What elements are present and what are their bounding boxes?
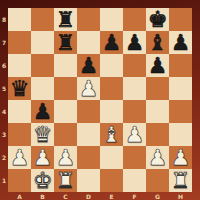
piece-black-rook[interactable]: ♜ — [54, 8, 77, 31]
rank-label-3: 3 — [0, 123, 8, 146]
square-e7[interactable]: ♟ — [100, 31, 123, 54]
square-h3[interactable] — [169, 123, 192, 146]
square-f8[interactable] — [123, 8, 146, 31]
piece-white-pawn[interactable]: ♟ — [31, 146, 54, 169]
square-f4[interactable] — [123, 100, 146, 123]
square-a5[interactable]: ♛ — [8, 77, 31, 100]
square-d6[interactable]: ♟ — [77, 54, 100, 77]
square-h7[interactable]: ♟ — [169, 31, 192, 54]
file-label-a: A — [8, 192, 31, 200]
square-e4[interactable] — [100, 100, 123, 123]
square-f1[interactable] — [123, 169, 146, 192]
square-e2[interactable] — [100, 146, 123, 169]
square-b1[interactable]: ♚ — [31, 169, 54, 192]
piece-white-rook[interactable]: ♜ — [169, 169, 192, 192]
piece-white-bishop[interactable]: ♝ — [100, 123, 123, 146]
rank-label-6: 6 — [0, 54, 8, 77]
square-a2[interactable]: ♟ — [8, 146, 31, 169]
square-g3[interactable] — [146, 123, 169, 146]
rank-label-4: 4 — [0, 100, 8, 123]
rank-label-2: 2 — [0, 146, 8, 169]
piece-black-queen[interactable]: ♛ — [8, 77, 31, 100]
square-a3[interactable] — [8, 123, 31, 146]
file-label-h: H — [169, 192, 192, 200]
square-d8[interactable] — [77, 8, 100, 31]
square-g4[interactable] — [146, 100, 169, 123]
square-b7[interactable] — [31, 31, 54, 54]
square-h6[interactable] — [169, 54, 192, 77]
square-b8[interactable] — [31, 8, 54, 31]
square-h4[interactable] — [169, 100, 192, 123]
piece-white-pawn[interactable]: ♟ — [123, 123, 146, 146]
square-g7[interactable]: ♝ — [146, 31, 169, 54]
square-g6[interactable]: ♟ — [146, 54, 169, 77]
square-h2[interactable]: ♟ — [169, 146, 192, 169]
square-e6[interactable] — [100, 54, 123, 77]
square-b3[interactable]: ♛ — [31, 123, 54, 146]
piece-black-pawn[interactable]: ♟ — [146, 54, 169, 77]
piece-black-king[interactable]: ♚ — [146, 8, 169, 31]
square-g5[interactable] — [146, 77, 169, 100]
file-label-e: E — [100, 192, 123, 200]
file-label-f: F — [123, 192, 146, 200]
piece-white-pawn[interactable]: ♟ — [77, 77, 100, 100]
square-h8[interactable] — [169, 8, 192, 31]
square-a1[interactable] — [8, 169, 31, 192]
square-a4[interactable] — [8, 100, 31, 123]
rank-label-1: 1 — [0, 169, 8, 192]
square-b4[interactable]: ♟ — [31, 100, 54, 123]
square-c1[interactable]: ♜ — [54, 169, 77, 192]
piece-white-rook[interactable]: ♜ — [54, 169, 77, 192]
square-b2[interactable]: ♟ — [31, 146, 54, 169]
file-labels: ABCDEFGH — [8, 192, 192, 200]
piece-black-pawn[interactable]: ♟ — [100, 31, 123, 54]
piece-white-pawn[interactable]: ♟ — [8, 146, 31, 169]
square-d4[interactable] — [77, 100, 100, 123]
square-d5[interactable]: ♟ — [77, 77, 100, 100]
piece-black-pawn[interactable]: ♟ — [123, 31, 146, 54]
square-e5[interactable] — [100, 77, 123, 100]
square-f2[interactable] — [123, 146, 146, 169]
square-f5[interactable] — [123, 77, 146, 100]
file-label-c: C — [54, 192, 77, 200]
piece-black-pawn[interactable]: ♟ — [31, 100, 54, 123]
piece-white-pawn[interactable]: ♟ — [54, 146, 77, 169]
chess-board-frame: 87654321 ♜♚♜♟♟♝♟♟♟♛♟♟♛♝♟♟♟♟♟♟♚♜♜ ABCDEFG… — [0, 0, 200, 200]
file-label-b: B — [31, 192, 54, 200]
square-c8[interactable]: ♜ — [54, 8, 77, 31]
square-e1[interactable] — [100, 169, 123, 192]
square-a8[interactable] — [8, 8, 31, 31]
square-g1[interactable] — [146, 169, 169, 192]
square-c5[interactable] — [54, 77, 77, 100]
square-c3[interactable] — [54, 123, 77, 146]
square-f3[interactable]: ♟ — [123, 123, 146, 146]
piece-white-king[interactable]: ♚ — [31, 169, 54, 192]
piece-black-rook[interactable]: ♜ — [54, 31, 77, 54]
square-c6[interactable] — [54, 54, 77, 77]
rank-labels: 87654321 — [0, 8, 8, 192]
square-c2[interactable]: ♟ — [54, 146, 77, 169]
piece-white-pawn[interactable]: ♟ — [146, 146, 169, 169]
piece-black-pawn[interactable]: ♟ — [77, 54, 100, 77]
square-b6[interactable] — [31, 54, 54, 77]
square-d1[interactable] — [77, 169, 100, 192]
file-label-g: G — [146, 192, 169, 200]
square-e8[interactable] — [100, 8, 123, 31]
square-h5[interactable] — [169, 77, 192, 100]
square-f6[interactable] — [123, 54, 146, 77]
piece-black-pawn[interactable]: ♟ — [169, 31, 192, 54]
chess-board[interactable]: ♜♚♜♟♟♝♟♟♟♛♟♟♛♝♟♟♟♟♟♟♚♜♜ — [8, 8, 192, 192]
square-g2[interactable]: ♟ — [146, 146, 169, 169]
square-g8[interactable]: ♚ — [146, 8, 169, 31]
piece-black-bishop[interactable]: ♝ — [146, 31, 169, 54]
square-d3[interactable] — [77, 123, 100, 146]
square-e3[interactable]: ♝ — [100, 123, 123, 146]
rank-label-5: 5 — [0, 77, 8, 100]
square-a6[interactable] — [8, 54, 31, 77]
piece-white-pawn[interactable]: ♟ — [169, 146, 192, 169]
rank-label-8: 8 — [0, 8, 8, 31]
square-d7[interactable] — [77, 31, 100, 54]
piece-white-queen[interactable]: ♛ — [31, 123, 54, 146]
square-c4[interactable] — [54, 100, 77, 123]
square-h1[interactable]: ♜ — [169, 169, 192, 192]
square-d2[interactable] — [77, 146, 100, 169]
square-c7[interactable]: ♜ — [54, 31, 77, 54]
square-a7[interactable] — [8, 31, 31, 54]
file-label-d: D — [77, 192, 100, 200]
rank-label-7: 7 — [0, 31, 8, 54]
square-f7[interactable]: ♟ — [123, 31, 146, 54]
square-b5[interactable] — [31, 77, 54, 100]
